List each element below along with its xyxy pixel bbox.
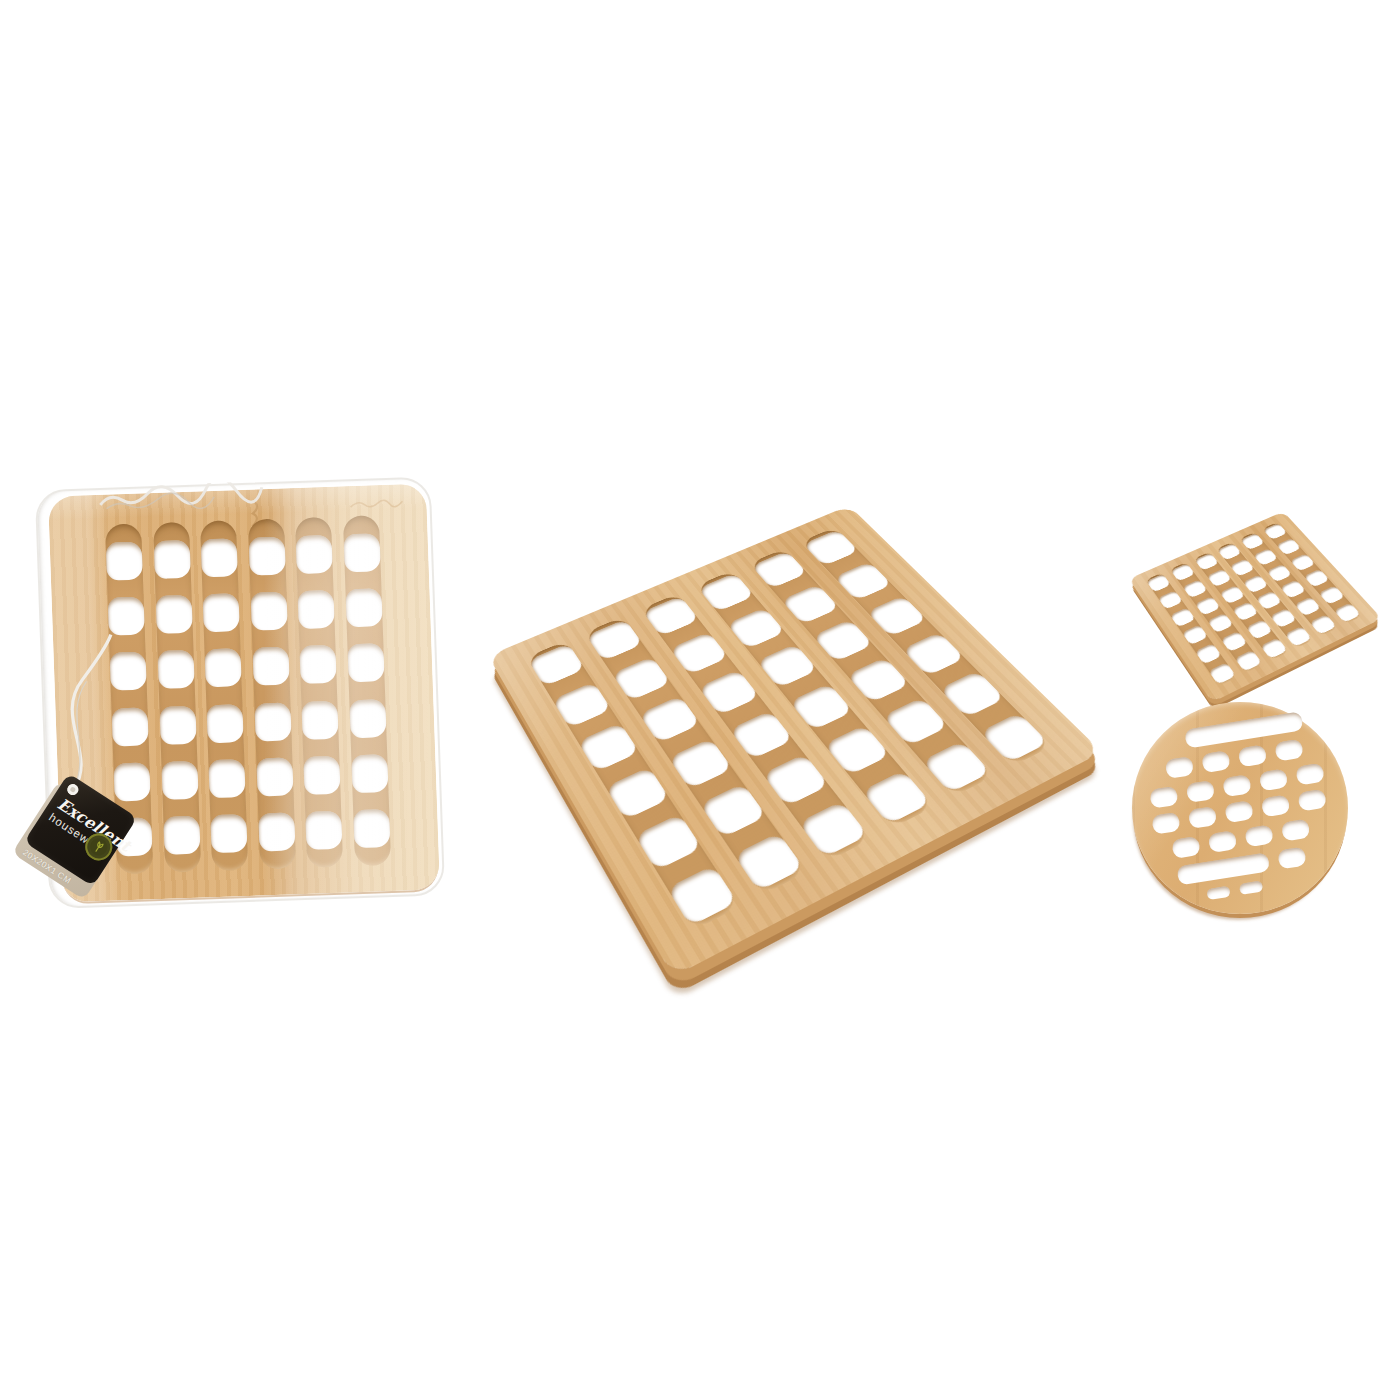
trivet-hole [1207, 613, 1233, 633]
trivet-hole [1224, 801, 1254, 824]
trivet-hole [1256, 591, 1282, 610]
trivet-hole [1295, 597, 1322, 617]
trivet-hole [1165, 756, 1195, 779]
trivet-hole [670, 631, 729, 674]
trivet-hole [1194, 553, 1218, 571]
trivet-hole [1280, 580, 1306, 599]
trivet-hole [1206, 569, 1231, 587]
trivet-hole [1260, 795, 1290, 818]
trivet-hole [552, 682, 611, 728]
trivet-hole [1218, 543, 1242, 561]
shrink-wrap-film [35, 476, 445, 909]
trivet-hole [1187, 807, 1217, 830]
small-square-trivet [1129, 512, 1382, 703]
trivet-hole [1171, 836, 1201, 859]
trivet-hole [1158, 590, 1183, 609]
trivet-hole [1274, 738, 1304, 761]
trivet-hole-grid [1146, 523, 1361, 685]
trivet-hole [834, 561, 892, 600]
trivet-hole [789, 683, 853, 730]
trivet-hole [812, 619, 873, 662]
trivet-hole [1290, 553, 1315, 571]
trivet-hole [734, 832, 804, 891]
trivet-hole [902, 632, 965, 676]
trivet-hole [643, 596, 700, 637]
trivet-hole [1208, 662, 1236, 684]
trivet-hole [726, 607, 785, 649]
trivet-hole [1281, 819, 1311, 842]
trivet-hole [751, 551, 807, 589]
trivet-face [488, 505, 1102, 976]
trivet-hole [803, 529, 859, 566]
trivet-hole [612, 656, 671, 701]
trivet-hole [1319, 585, 1346, 604]
trivet-hole [1244, 825, 1274, 848]
trivet-face [1129, 512, 1382, 703]
trivet-hole [1239, 880, 1263, 894]
trivet-hole [1276, 538, 1301, 555]
trivet-hole [1195, 596, 1221, 616]
trivet-hole [669, 738, 733, 789]
round-trivet-hole-grid [1140, 709, 1341, 906]
trivet-hole [1146, 574, 1171, 593]
trivet-hole [1240, 533, 1264, 550]
trivet-hole [1304, 569, 1330, 588]
trivet-hole [940, 671, 1006, 718]
trivet-hole [867, 596, 927, 637]
trivet-hole [1263, 523, 1287, 540]
trivet-hole [586, 619, 643, 661]
trivet-hole [1277, 847, 1307, 870]
trivet-hole [1195, 643, 1222, 664]
trivet-hole [1206, 886, 1230, 900]
trivet-hole [1182, 579, 1207, 598]
trivet-hole [763, 754, 830, 807]
trivet-hole [980, 712, 1049, 762]
trivet-hole [1253, 548, 1278, 566]
trivet-hole [1219, 585, 1245, 604]
trivet-hole [1182, 625, 1208, 646]
trivet-hole [1221, 631, 1248, 652]
trivet-hole [1230, 558, 1255, 576]
trivet-hole-grid [528, 529, 1048, 926]
trivet-hole [1222, 774, 1252, 797]
trivet-hole [1232, 602, 1258, 622]
trivet-hole [757, 644, 818, 688]
trivet-hole [1267, 564, 1292, 582]
trivet-hole [1270, 608, 1297, 628]
trivet-hole [1246, 619, 1273, 640]
trivet-hole [824, 725, 890, 776]
trivet-hole [639, 696, 700, 744]
trivet-hole [1285, 626, 1312, 647]
trivet-hole [1295, 762, 1325, 785]
trivet-hole [846, 657, 909, 703]
trivet-hole [1260, 638, 1287, 659]
trivet-hole [1238, 744, 1268, 767]
trivet-hole [1201, 750, 1231, 773]
trivet-hole [1310, 614, 1337, 635]
trivet-hole [730, 710, 794, 759]
trivet-hole [883, 698, 949, 747]
round-trivet [1132, 702, 1348, 914]
product-photo-scene: 20X20X1 CM Excellent houseware [0, 0, 1400, 1400]
trivet-hole [1151, 812, 1181, 835]
trivet-hole [699, 669, 760, 715]
trivet-hole [1208, 830, 1238, 853]
trivet-hole [698, 573, 754, 612]
trivet-hole [667, 865, 737, 926]
trivet-hole [578, 723, 640, 772]
trivet-hole [700, 783, 767, 838]
trivet-hole [799, 801, 869, 858]
trivet-hole [1185, 780, 1215, 803]
trivet-hole [861, 770, 930, 824]
trivet-hole [1170, 563, 1194, 581]
trivet-hole [1297, 789, 1327, 812]
trivet-hole [1334, 603, 1361, 623]
trivet-hole [922, 741, 991, 793]
trivet-hole [605, 767, 669, 820]
large-square-trivet [488, 505, 1102, 976]
trivet-hole [1170, 607, 1196, 627]
trivet-hole [781, 584, 839, 624]
trivet-hole [528, 643, 585, 686]
packaged-square-trivet: 20X20X1 CM Excellent houseware [48, 484, 440, 903]
trivet-hole [1149, 786, 1179, 809]
trivet-hole [1258, 768, 1288, 791]
trivet-hole [1243, 574, 1268, 593]
trivet-hole [1234, 650, 1261, 672]
trivet-hole [635, 814, 702, 871]
